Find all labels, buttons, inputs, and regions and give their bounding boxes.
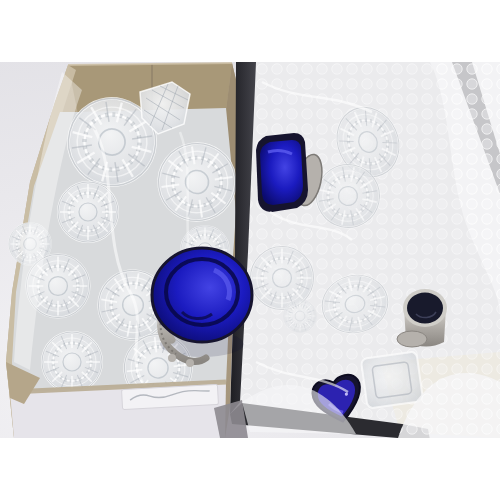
silver-stand-foot bbox=[168, 354, 176, 362]
right-dark-box bbox=[214, 62, 500, 438]
photo bbox=[0, 62, 500, 438]
blue-bowl-on-silver-stand bbox=[152, 248, 252, 367]
letterbox-top bbox=[0, 0, 500, 62]
pot-base-lip bbox=[397, 331, 427, 347]
pot-interior bbox=[407, 293, 443, 324]
letterbox-bottom bbox=[0, 438, 500, 500]
screenshot-canvas bbox=[0, 0, 500, 500]
glassware-photo-svg bbox=[0, 62, 500, 438]
silver-stand-foot bbox=[186, 359, 194, 367]
cut-glass-square-dish bbox=[361, 351, 423, 408]
